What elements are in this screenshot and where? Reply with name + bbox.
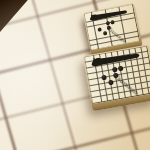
tile-face: Tsumego [84, 46, 150, 104]
black-stone [118, 66, 124, 72]
photo-scene: Tsumego Tsumego Tsumego [0, 0, 150, 150]
black-stone [101, 75, 107, 81]
black-stone [108, 80, 114, 86]
black-stone [110, 20, 115, 25]
tile-face: Tsumego [84, 4, 140, 50]
black-stone [103, 31, 108, 36]
tsumego-tile-front[interactable]: Tsumego [83, 44, 150, 111]
black-stone [97, 27, 102, 32]
